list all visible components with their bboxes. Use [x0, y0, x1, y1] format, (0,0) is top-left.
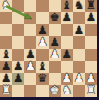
square-b2[interactable]: ♟ [12, 73, 24, 85]
square-h4[interactable] [85, 49, 97, 61]
square-b5[interactable] [12, 36, 24, 48]
piece-white-rook[interactable]: ♜ [86, 85, 96, 97]
square-c6[interactable] [24, 24, 36, 36]
square-f1[interactable]: ♞ [61, 85, 73, 97]
piece-white-knight[interactable]: ♞ [1, 0, 11, 11]
square-b1[interactable] [12, 85, 24, 97]
piece-white-pawn[interactable]: ♟ [74, 73, 84, 85]
square-e4[interactable]: ♟ [49, 49, 61, 61]
square-a6[interactable] [0, 24, 12, 36]
piece-white-pawn[interactable]: ♟ [25, 60, 35, 72]
square-b8[interactable] [12, 0, 24, 12]
square-c1[interactable] [24, 85, 36, 97]
square-a8[interactable]: ♞ [0, 0, 12, 12]
piece-white-pawn[interactable]: ♟ [49, 48, 59, 60]
piece-white-pawn[interactable]: ♟ [37, 36, 47, 48]
square-g4[interactable] [73, 49, 85, 61]
square-h6[interactable] [85, 24, 97, 36]
piece-black-pawn[interactable]: ♟ [62, 12, 72, 24]
square-a7[interactable] [0, 12, 12, 24]
square-g5[interactable] [73, 36, 85, 48]
square-c3[interactable]: ♟ [24, 61, 36, 73]
piece-white-king[interactable]: ♚ [49, 85, 59, 97]
chess-board: ♞♝♞♜♚♟♟♟♟♟♟♝♟♟♟♟♟♟♝♟♟♛♟♟♟♜♚♞♜ [0, 0, 97, 97]
square-g2[interactable]: ♟ [73, 73, 85, 85]
square-h1[interactable]: ♜ [85, 85, 97, 97]
piece-white-rook[interactable]: ♜ [1, 85, 11, 97]
square-b6[interactable] [12, 24, 24, 36]
piece-black-queen[interactable]: ♛ [37, 73, 47, 85]
piece-black-pawn[interactable]: ♟ [74, 24, 84, 36]
square-e1[interactable]: ♚ [49, 85, 61, 97]
square-g6[interactable]: ♟ [73, 24, 85, 36]
piece-black-pawn[interactable]: ♟ [86, 12, 96, 24]
square-b7[interactable] [12, 12, 24, 24]
piece-black-pawn[interactable]: ♟ [13, 73, 23, 85]
piece-black-pawn[interactable]: ♟ [62, 48, 72, 60]
square-g1[interactable] [73, 85, 85, 97]
square-d2[interactable]: ♛ [36, 73, 48, 85]
square-c2[interactable] [24, 73, 36, 85]
square-c7[interactable] [24, 12, 36, 24]
square-d8[interactable] [36, 0, 48, 12]
square-e7[interactable]: ♚ [49, 12, 61, 24]
square-f6[interactable] [61, 24, 73, 36]
square-c8[interactable] [24, 0, 36, 12]
piece-black-knight[interactable]: ♞ [74, 0, 84, 11]
square-g8[interactable]: ♞ [73, 0, 85, 12]
chess-app-background: ♞♝♞♜♚♟♟♟♟♟♟♝♟♟♟♟♟♟♝♟♟♛♟♟♟♜♚♞♜ [0, 0, 99, 100]
square-f7[interactable]: ♟ [61, 12, 73, 24]
square-d1[interactable] [36, 85, 48, 97]
square-h5[interactable] [85, 36, 97, 48]
square-e3[interactable] [49, 61, 61, 73]
square-a1[interactable]: ♜ [0, 85, 12, 97]
square-d5[interactable]: ♟ [36, 36, 48, 48]
square-h7[interactable]: ♟ [85, 12, 97, 24]
piece-white-knight[interactable]: ♞ [62, 85, 72, 97]
square-f4[interactable]: ♟ [61, 49, 73, 61]
piece-black-king[interactable]: ♚ [49, 12, 59, 24]
